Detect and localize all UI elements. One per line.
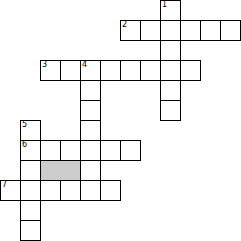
crossword-cell[interactable] [40,180,61,201]
crossword-cell[interactable] [60,180,81,201]
crossword-cell[interactable] [120,20,141,41]
crossword-cell[interactable] [180,60,201,81]
crossword-cell[interactable] [160,80,181,101]
crossword-cell[interactable] [80,60,101,81]
crossword-cell[interactable] [40,60,61,81]
crossword-cell[interactable] [20,120,41,141]
crossword-cell[interactable] [160,60,181,81]
crossword-cell[interactable] [160,0,181,21]
crossword-cell[interactable] [20,200,41,221]
crossword-cell[interactable] [120,60,141,81]
crossword-cell[interactable] [160,100,181,121]
crossword-cell[interactable] [100,180,121,201]
crossword-cell[interactable] [80,80,101,101]
shaded-block [40,160,81,181]
crossword-cell[interactable] [80,120,101,141]
crossword-cell[interactable] [100,140,121,161]
crossword-cell[interactable] [40,140,61,161]
crossword-cell[interactable] [80,140,101,161]
crossword-cell[interactable] [120,140,141,161]
crossword-cell[interactable] [20,180,41,201]
crossword-cell[interactable] [60,140,81,161]
crossword-cell[interactable] [200,20,221,41]
crossword-cell[interactable] [20,220,41,241]
crossword-cell[interactable] [80,100,101,121]
crossword-cell[interactable] [80,180,101,201]
crossword-cell[interactable] [0,180,21,201]
crossword-cell[interactable] [180,20,201,41]
crossword-cell[interactable] [140,20,161,41]
crossword-cell[interactable] [60,60,81,81]
crossword-cell[interactable] [160,40,181,61]
crossword-cell[interactable] [80,160,101,181]
crossword-board: 1234567 [0,0,241,241]
crossword-cell[interactable] [140,60,161,81]
crossword-cell[interactable] [20,160,41,181]
crossword-cell[interactable] [220,20,241,41]
crossword-cell[interactable] [20,140,41,161]
crossword-cell[interactable] [160,20,181,41]
crossword-cell[interactable] [100,60,121,81]
